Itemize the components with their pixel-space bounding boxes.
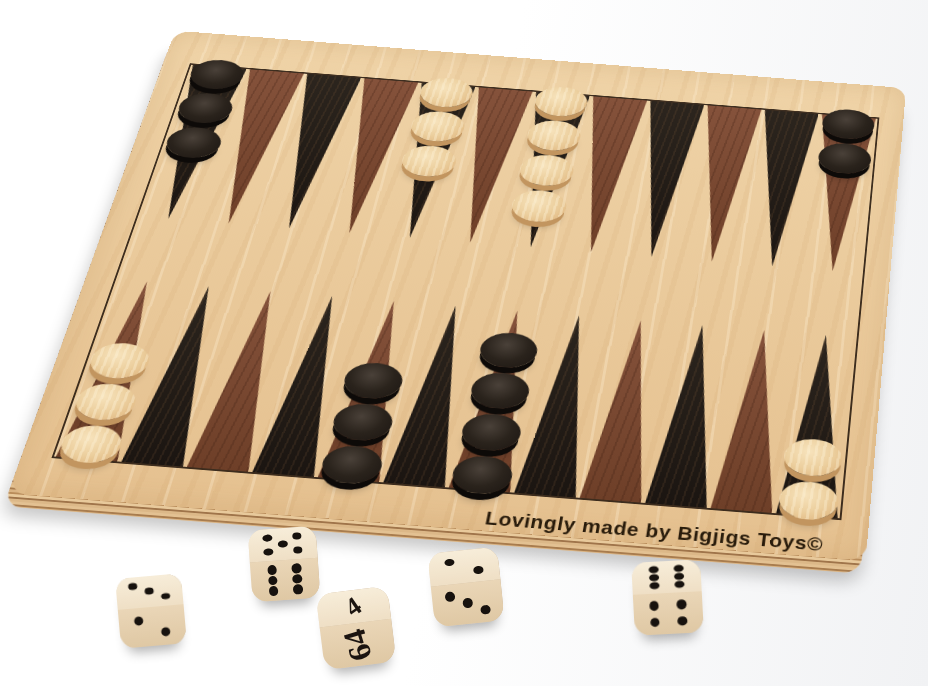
pip: [649, 601, 659, 611]
checker-natural[interactable]: [782, 437, 844, 478]
pip: [649, 582, 659, 590]
die-front-face: [633, 591, 704, 635]
checker-natural[interactable]: [777, 480, 840, 522]
pip: [267, 565, 277, 575]
pip: [677, 600, 687, 610]
pip: [673, 564, 683, 572]
backgammon-board: Lovingly made by Bigjigs Toys©: [8, 31, 906, 561]
product-photo-scene: Lovingly made by Bigjigs Toys© 464: [0, 0, 928, 686]
pip: [444, 559, 454, 567]
pip: [462, 598, 473, 609]
pip: [650, 617, 660, 627]
die-3[interactable]: [427, 547, 504, 628]
checker-natural[interactable]: [517, 153, 576, 187]
die-1[interactable]: [115, 573, 187, 648]
pip: [480, 604, 491, 615]
pip: [292, 574, 302, 584]
checker-black[interactable]: [329, 402, 396, 443]
die-4[interactable]: [631, 559, 704, 636]
pip: [269, 586, 279, 596]
pip: [134, 616, 144, 626]
pip: [144, 588, 154, 596]
checker-black[interactable]: [340, 361, 406, 401]
checker-black[interactable]: [468, 371, 533, 411]
checker-black[interactable]: [318, 444, 386, 486]
checker-natural[interactable]: [509, 188, 569, 223]
pip: [278, 540, 288, 548]
cube-value-front: 64: [336, 624, 380, 665]
pip: [262, 534, 272, 542]
cube-value-top: 4: [339, 591, 367, 623]
playing-area: [51, 63, 879, 520]
checker-natural[interactable]: [399, 144, 460, 178]
pip: [649, 574, 659, 582]
pip: [161, 592, 171, 600]
pip: [445, 591, 456, 602]
checker-stack-b12: [777, 437, 844, 522]
checker-stack-t12: [817, 108, 876, 176]
pip: [268, 576, 278, 586]
checker-natural[interactable]: [525, 119, 584, 153]
pip: [128, 583, 138, 591]
checker-natural[interactable]: [56, 424, 127, 465]
die-top-face: [631, 559, 702, 596]
pip: [473, 566, 483, 574]
die-front-face: 64: [320, 619, 397, 670]
checker-black[interactable]: [186, 58, 247, 91]
checker-black[interactable]: [449, 454, 516, 496]
pip: [649, 566, 659, 574]
pip: [293, 584, 303, 594]
checker-natural[interactable]: [532, 85, 590, 118]
checker-natural[interactable]: [417, 76, 476, 109]
checker-black[interactable]: [477, 331, 541, 370]
checker-natural[interactable]: [408, 110, 468, 144]
pip: [674, 573, 684, 581]
checker-black[interactable]: [817, 141, 873, 175]
pip: [263, 548, 273, 556]
checker-natural[interactable]: [85, 341, 154, 380]
doubling-cube[interactable]: 464: [316, 586, 397, 670]
checker-natural[interactable]: [71, 382, 141, 422]
pip: [674, 581, 684, 589]
die-front-face: [118, 604, 187, 649]
pip: [293, 546, 303, 554]
checker-black[interactable]: [821, 108, 876, 141]
checker-black[interactable]: [459, 412, 525, 453]
die-front-face: [431, 579, 505, 628]
pip: [292, 532, 302, 540]
checker-black[interactable]: [162, 126, 225, 160]
checker-black[interactable]: [175, 91, 237, 124]
pip: [292, 563, 302, 573]
die-front-face: [250, 557, 321, 602]
pip: [677, 616, 687, 626]
die-2[interactable]: [248, 526, 321, 603]
pip: [161, 626, 171, 636]
